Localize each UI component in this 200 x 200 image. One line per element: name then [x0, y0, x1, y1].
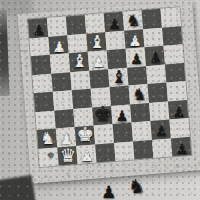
square-h4: [166, 81, 186, 101]
square-a2: ♞: [37, 129, 57, 149]
square-d2: [94, 124, 114, 144]
square-a3: [35, 110, 55, 130]
square-e1: [114, 141, 134, 161]
square-f1: [133, 139, 153, 159]
square-g3: [149, 101, 169, 121]
square-g4: [147, 83, 167, 103]
square-b3: [54, 109, 74, 129]
captured-black-knight-offboard: ♞: [127, 176, 146, 197]
white-pawn: ♟: [52, 40, 65, 55]
black-pawn: ♟: [108, 17, 121, 32]
square-c6: ♝: [69, 52, 89, 72]
white-bishop: ♝: [89, 34, 105, 52]
square-e4: [110, 86, 130, 106]
square-g5: [146, 64, 166, 84]
square-d5: [89, 69, 109, 89]
square-f8: ♞: [123, 10, 143, 30]
square-e2: [113, 122, 133, 142]
square-c5: [70, 70, 90, 90]
chess-board: 8 7 6 5 a b c d e f g h ♛ ♚ ♟♟♞♟♝♟♝♟♟♟♝♞…: [17, 0, 200, 183]
square-d8: [85, 13, 105, 33]
square-g6: ♟: [145, 46, 165, 66]
square-a4: [34, 92, 54, 112]
square-c8: [66, 15, 86, 35]
square-a5: [32, 73, 52, 93]
square-f3: [130, 103, 150, 123]
square-c2: ♚: [75, 126, 95, 146]
square-a6: [31, 55, 51, 75]
black-pawn: ♟: [148, 50, 161, 64]
black-knight: ♞: [131, 87, 146, 104]
square-h3: ♟: [168, 99, 188, 119]
square-d6: ♟: [88, 50, 108, 70]
square-g2: ♟: [150, 119, 170, 139]
square-b8: [47, 16, 67, 36]
square-e3: ♟: [111, 104, 131, 124]
square-c4: [72, 89, 92, 109]
square-e7: [105, 30, 125, 50]
square-e8: ♟: [104, 12, 124, 32]
captured-black-pawn-offboard: ♟: [101, 184, 116, 200]
square-c7: [67, 33, 87, 53]
square-g8: [142, 9, 162, 29]
black-bishop: ♝: [111, 69, 127, 87]
chessboard-photo: 8 7 6 5 a b c d e f g h ♛ ♚ ♟♟♞♟♝♟♝♟♟♟♝♞…: [0, 0, 200, 200]
square-h2: [169, 118, 189, 138]
square-f4: ♞: [129, 84, 149, 104]
square-g1: [152, 138, 172, 158]
black-pawn: ♟: [115, 109, 128, 124]
black-pawn: ♟: [32, 23, 45, 38]
square-f5: [127, 66, 147, 86]
black-knight: ♞: [126, 13, 141, 30]
square-f7: ♟: [124, 29, 144, 49]
table-edge-dark-strip: [0, 10, 9, 96]
white-pawn: ♟: [80, 149, 93, 164]
table-corner-shadow: [0, 175, 36, 200]
white-bishop: ♝: [71, 54, 87, 72]
square-f2: [132, 121, 152, 141]
square-d1: [95, 142, 115, 162]
square-h6: [163, 44, 183, 64]
square-b1: ♛: [57, 146, 77, 166]
square-c1: ♟: [76, 144, 96, 164]
white-pawn: ♟: [92, 55, 105, 70]
square-b5: [51, 72, 71, 92]
square-e6: [107, 49, 127, 69]
square-b6: [50, 53, 70, 73]
chess-board-grid: ♛ ♚ ♟♟♞♟♝♟♝♟♟♟♝♞♚♟♟♞♟♚♟♛♟♟: [28, 7, 191, 167]
square-a7: [29, 36, 49, 56]
square-b7: ♟: [48, 35, 68, 55]
white-pawn: ♟: [128, 33, 141, 48]
black-pawn: ♟: [129, 52, 142, 67]
square-f6: ♟: [126, 47, 146, 67]
white-knight: ♞: [40, 131, 55, 148]
white-king: ♚: [76, 125, 93, 145]
square-a8: ♟: [28, 18, 48, 38]
square-h5: [165, 63, 185, 83]
square-h8: [160, 7, 180, 27]
square-e5: ♝: [108, 67, 128, 87]
black-pawn: ♟: [175, 141, 188, 156]
white-queen: ♛: [59, 146, 76, 165]
square-h7: [162, 26, 182, 46]
black-pawn: ♟: [172, 104, 185, 119]
black-king: ♚: [93, 104, 112, 125]
square-h1: ♟: [171, 136, 191, 156]
square-g7: [143, 27, 163, 47]
square-b4: [53, 90, 73, 110]
printed-board-emblem-king: ♚: [47, 151, 56, 161]
black-pawn: ♟: [154, 124, 167, 139]
square-d3: ♚: [92, 106, 112, 126]
square-d7: ♝: [86, 32, 106, 52]
